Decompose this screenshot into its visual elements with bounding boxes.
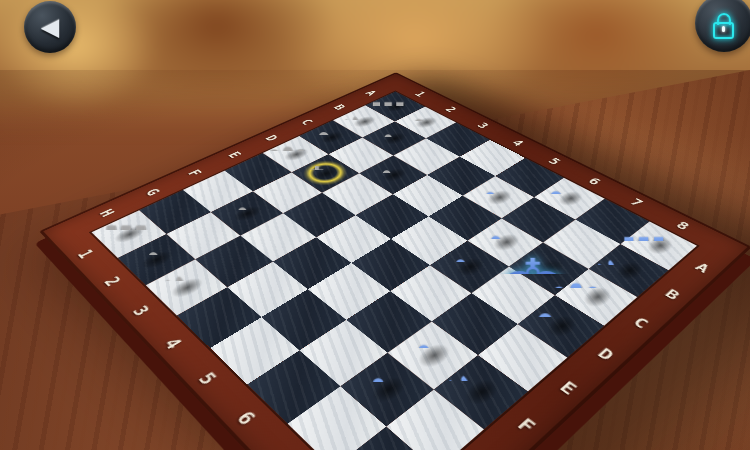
square-e2[interactable]	[252, 172, 322, 213]
chess-scene: HGFEDCBA HGFEDCBA 12345678 12345678 ♜♛♝♞…	[0, 0, 750, 450]
keyhole	[722, 26, 725, 32]
padlock-icon	[713, 13, 735, 37]
board-frame: HGFEDCBA HGFEDCBA 12345678 12345678 ♜♛♝♞…	[39, 72, 750, 450]
chess-board: HGFEDCBA HGFEDCBA 12345678 12345678 ♜♛♝♞…	[39, 72, 750, 450]
square-h1[interactable]: ♜	[92, 210, 166, 257]
piece-shadow	[477, 184, 523, 212]
lock-button[interactable]	[695, 0, 750, 52]
piece-shadow	[372, 163, 417, 188]
back-button[interactable]: ◀	[24, 1, 76, 53]
piece-shadow	[452, 368, 513, 417]
back-arrow-icon: ◀	[41, 15, 59, 39]
piece-shadow	[548, 185, 593, 213]
piece-shadow	[223, 199, 272, 228]
